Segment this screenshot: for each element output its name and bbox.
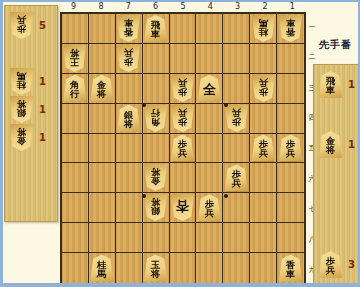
board-piece-sente-全[interactable]: 全	[198, 75, 221, 102]
square-7六[interactable]	[116, 163, 143, 193]
square-9五[interactable]	[62, 134, 89, 164]
hand-piece-sente-歩兵[interactable]: 歩兵	[319, 251, 342, 278]
col-label-6: 6	[142, 2, 169, 12]
col-label-4: 4	[197, 2, 224, 12]
square-4八[interactable]	[196, 223, 223, 253]
hoshi-dot	[142, 103, 146, 107]
square-8八[interactable]	[89, 223, 116, 253]
hand-piece-gote-銀将[interactable]: 銀将	[10, 96, 33, 123]
hand-piece-sente-飛車[interactable]: 飛車	[319, 71, 342, 98]
board-piece-gote-香車[interactable]: 香車	[279, 15, 302, 42]
square-2六[interactable]	[250, 163, 277, 193]
gote-hand-桂馬[interactable]: 桂馬1	[10, 68, 46, 95]
square-1一[interactable]: 香車	[277, 14, 304, 44]
square-7二[interactable]: 歩兵	[116, 44, 143, 74]
square-7五[interactable]	[116, 134, 143, 164]
square-1五[interactable]: 歩兵	[277, 134, 304, 164]
square-9九[interactable]	[62, 253, 89, 283]
board-piece-gote-角行[interactable]: 角行	[144, 105, 167, 132]
gote-hand-銀将[interactable]: 銀将1	[10, 96, 46, 123]
square-8四[interactable]	[89, 104, 116, 134]
square-4七[interactable]: 歩兵	[196, 193, 223, 223]
hand-count: 5	[39, 20, 46, 31]
square-1六[interactable]	[277, 163, 304, 193]
board-piece-gote-杏[interactable]: 杏	[171, 194, 194, 221]
hand-piece-sente-金将[interactable]: 金将	[319, 131, 342, 158]
col-label-2: 2	[251, 2, 278, 12]
gote-captured-stand: 歩兵5桂馬1銀将1金将1	[4, 5, 58, 222]
shogi-board: 香車飛車桂馬香車王将歩兵角行金将歩兵全歩兵銀将角行歩兵歩兵歩兵歩兵歩兵金将歩兵銀…	[60, 12, 306, 285]
board-piece-gote-香車[interactable]: 香車	[117, 15, 140, 42]
square-3八[interactable]	[223, 223, 250, 253]
square-5三[interactable]: 歩兵	[170, 74, 197, 104]
hand-piece-gote-歩兵[interactable]: 歩兵	[10, 12, 33, 39]
square-1三[interactable]	[277, 74, 304, 104]
square-4六[interactable]	[196, 163, 223, 193]
col-label-7: 7	[115, 2, 142, 12]
square-3四[interactable]: 歩兵	[223, 104, 250, 134]
square-6二[interactable]	[143, 44, 170, 74]
board-piece-gote-歩兵[interactable]: 歩兵	[117, 45, 140, 72]
square-6一[interactable]: 飛車	[143, 14, 170, 44]
square-8七[interactable]	[89, 193, 116, 223]
board-piece-gote-桂馬[interactable]: 桂馬	[252, 15, 275, 42]
board-piece-gote-王将[interactable]: 王将	[63, 45, 86, 72]
square-6七[interactable]: 銀将	[143, 193, 170, 223]
square-2一[interactable]: 桂馬	[250, 14, 277, 44]
square-5八[interactable]	[170, 223, 197, 253]
square-8二[interactable]	[89, 44, 116, 74]
board-piece-sente-歩兵[interactable]: 歩兵	[171, 134, 194, 161]
square-2三[interactable]: 歩兵	[250, 74, 277, 104]
board-piece-sente-歩兵[interactable]: 歩兵	[252, 134, 275, 161]
square-9二[interactable]: 王将	[62, 44, 89, 74]
square-1八[interactable]	[277, 223, 304, 253]
board-piece-sente-金将[interactable]: 金将	[90, 75, 113, 102]
hand-count: 1	[348, 139, 355, 150]
square-8六[interactable]	[89, 163, 116, 193]
square-2八[interactable]	[250, 223, 277, 253]
square-8九[interactable]: 桂馬	[89, 253, 116, 283]
square-3七[interactable]	[223, 193, 250, 223]
hand-count: 1	[39, 104, 46, 115]
board-piece-gote-歩兵[interactable]: 歩兵	[171, 75, 194, 102]
square-6四[interactable]: 角行	[143, 104, 170, 134]
board-piece-sente-飛車[interactable]: 飛車	[144, 15, 167, 42]
square-8五[interactable]	[89, 134, 116, 164]
square-5五[interactable]: 歩兵	[170, 134, 197, 164]
square-7四[interactable]: 銀将	[116, 104, 143, 134]
hand-piece-gote-桂馬[interactable]: 桂馬	[10, 68, 33, 95]
turn-indicator: 先手番	[319, 38, 360, 52]
hoshi-dot	[142, 194, 146, 198]
hand-count: 1	[348, 79, 355, 90]
square-4五[interactable]	[196, 134, 223, 164]
board-piece-gote-歩兵[interactable]: 歩兵	[252, 75, 275, 102]
square-9三[interactable]: 角行	[62, 74, 89, 104]
square-9四[interactable]	[62, 104, 89, 134]
square-7三[interactable]	[116, 74, 143, 104]
board-piece-sente-桂馬[interactable]: 桂馬	[90, 255, 113, 282]
col-label-8: 8	[87, 2, 114, 12]
square-3二[interactable]	[223, 44, 250, 74]
square-3六[interactable]: 歩兵	[223, 163, 250, 193]
board-piece-sente-歩兵[interactable]: 歩兵	[279, 134, 302, 161]
board-piece-gote-金将[interactable]: 金将	[144, 164, 167, 191]
board-piece-sente-銀将[interactable]: 銀将	[117, 105, 140, 132]
hoshi-dot	[224, 103, 228, 107]
sente-hand-歩兵[interactable]: 歩兵3	[319, 251, 355, 278]
col-label-3: 3	[224, 2, 251, 12]
gote-hand-金将[interactable]: 金将1	[10, 124, 46, 151]
square-6九[interactable]: 玉将	[143, 253, 170, 283]
board-piece-sente-玉将[interactable]: 玉将	[144, 255, 167, 282]
sente-hand-飛車[interactable]: 飛車1	[319, 71, 355, 98]
square-5四[interactable]: 歩兵	[170, 104, 197, 134]
board-piece-gote-銀将[interactable]: 銀将	[144, 194, 167, 221]
hand-count: 1	[39, 76, 46, 87]
square-3五[interactable]	[223, 134, 250, 164]
board-piece-sente-角行[interactable]: 角行	[63, 75, 86, 102]
square-9六[interactable]	[62, 163, 89, 193]
square-5一[interactable]	[170, 14, 197, 44]
square-9七[interactable]	[62, 193, 89, 223]
square-5九[interactable]	[170, 253, 197, 283]
row-label-一: 一	[307, 12, 317, 42]
square-7七[interactable]	[116, 193, 143, 223]
shogi-window: 987654321 一二三四五六七八九 香車飛車桂馬香車王将歩兵角行金将歩兵全歩…	[0, 0, 360, 287]
square-1二[interactable]	[277, 44, 304, 74]
column-labels: 987654321	[60, 2, 306, 12]
square-1四[interactable]	[277, 104, 304, 134]
square-3三[interactable]	[223, 74, 250, 104]
square-1九[interactable]: 香車	[277, 253, 304, 283]
square-6三[interactable]	[143, 74, 170, 104]
board-piece-sente-香車[interactable]: 香車	[279, 255, 302, 282]
sente-captured-stand: 飛車1金将1歩兵3	[313, 64, 360, 285]
square-7一[interactable]: 香車	[116, 14, 143, 44]
square-9一[interactable]	[62, 14, 89, 44]
square-8三[interactable]: 金将	[89, 74, 116, 104]
col-label-5: 5	[169, 2, 196, 12]
square-6五[interactable]	[143, 134, 170, 164]
square-7八[interactable]	[116, 223, 143, 253]
square-2七[interactable]	[250, 193, 277, 223]
square-4一[interactable]	[196, 14, 223, 44]
board-piece-gote-歩兵[interactable]: 歩兵	[225, 105, 248, 132]
square-2九[interactable]	[250, 253, 277, 283]
hand-count: 1	[39, 132, 46, 143]
square-3九[interactable]	[223, 253, 250, 283]
hand-count: 3	[348, 259, 355, 270]
square-5二[interactable]	[170, 44, 197, 74]
board-piece-sente-歩兵[interactable]: 歩兵	[225, 164, 248, 191]
square-4四[interactable]	[196, 104, 223, 134]
gote-hand-歩兵[interactable]: 歩兵5	[10, 12, 46, 39]
square-4三[interactable]: 全	[196, 74, 223, 104]
square-5六[interactable]	[170, 163, 197, 193]
square-2四[interactable]	[250, 104, 277, 134]
square-1七[interactable]	[277, 193, 304, 223]
square-2五[interactable]: 歩兵	[250, 134, 277, 164]
board-piece-sente-歩兵[interactable]: 歩兵	[198, 194, 221, 221]
col-label-9: 9	[60, 2, 87, 12]
square-6六[interactable]: 金将	[143, 163, 170, 193]
board-piece-gote-歩兵[interactable]: 歩兵	[171, 105, 194, 132]
col-label-1: 1	[279, 2, 306, 12]
square-9八[interactable]	[62, 223, 89, 253]
square-4九[interactable]	[196, 253, 223, 283]
square-7九[interactable]	[116, 253, 143, 283]
square-5七[interactable]: 杏	[170, 193, 197, 223]
square-3一[interactable]	[223, 14, 250, 44]
sente-hand-金将[interactable]: 金将1	[319, 131, 355, 158]
square-6八[interactable]	[143, 223, 170, 253]
hand-piece-gote-金将[interactable]: 金将	[10, 124, 33, 151]
square-4二[interactable]	[196, 44, 223, 74]
square-2二[interactable]	[250, 44, 277, 74]
square-8一[interactable]	[89, 14, 116, 44]
